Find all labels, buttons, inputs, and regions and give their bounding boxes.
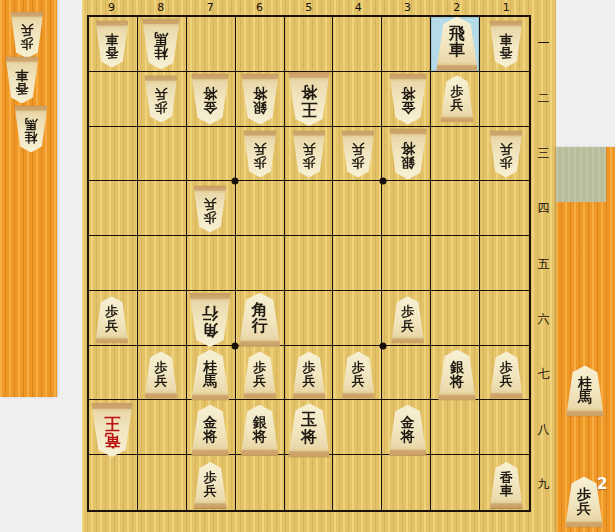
piece-kanji: 兵 <box>155 373 168 386</box>
piece-kanji: 香 <box>500 471 513 484</box>
piece-kanji: 将 <box>203 429 217 443</box>
square-4-1[interactable] <box>333 17 382 72</box>
piece-kanji: 行 <box>252 318 268 334</box>
square-7-5[interactable] <box>187 236 236 291</box>
piece-kanji: 車 <box>16 68 29 81</box>
piece-kanji: 金 <box>401 100 415 114</box>
piece-kanji: 銀 <box>450 359 464 373</box>
piece-kanji: 竜 <box>104 432 120 448</box>
piece-kanji: 将 <box>203 86 217 100</box>
square-4-5[interactable] <box>333 236 382 291</box>
piece-kanji: 歩 <box>253 156 266 169</box>
piece-kanji: 兵 <box>303 142 316 155</box>
shogi-app: 987654321 一二三四五六七八九 香車桂馬香車飛車歩兵金将銀将王将金将歩兵… <box>0 0 615 532</box>
file-label-8: 8 <box>136 1 185 14</box>
piece-kanji: 桂 <box>154 45 168 59</box>
square-1-6[interactable] <box>480 291 529 346</box>
square-8-4[interactable] <box>138 181 187 236</box>
square-9-4[interactable] <box>89 181 138 236</box>
piece-kanji: 車 <box>449 42 465 58</box>
piece-kanji: 兵 <box>253 142 266 155</box>
piece-kanji: 銀 <box>253 414 267 428</box>
rank-label-3: 三 <box>531 145 556 162</box>
piece-kanji: 金 <box>203 100 217 114</box>
piece-kanji: 王 <box>301 100 317 116</box>
file-label-6: 6 <box>235 1 284 14</box>
square-8-3[interactable] <box>138 127 187 182</box>
piece-kanji: 歩 <box>21 37 34 50</box>
square-6-9[interactable] <box>236 455 285 510</box>
square-6-1[interactable] <box>236 17 285 72</box>
piece-kanji: 将 <box>301 84 317 100</box>
piece-kanji: 金 <box>203 414 217 428</box>
piece-kanji: 兵 <box>204 198 217 211</box>
square-2-6[interactable] <box>431 291 480 346</box>
piece-kanji: 兵 <box>253 373 266 386</box>
piece-kanji: 車 <box>500 32 513 45</box>
square-9-5[interactable] <box>89 236 138 291</box>
piece-kanji: 歩 <box>577 486 591 500</box>
piece-kanji: 将 <box>301 429 317 445</box>
piece-kanji: 兵 <box>303 373 316 386</box>
square-5-6[interactable] <box>285 291 334 346</box>
piece-kanji: 車 <box>500 484 513 497</box>
piece-kanji: 歩 <box>500 360 513 373</box>
rank-label-8: 八 <box>531 421 556 438</box>
piece-kanji: 歩 <box>155 100 168 113</box>
rank-label-2: 二 <box>531 90 556 107</box>
piece-kanji: 歩 <box>303 360 316 373</box>
piece-kanji: 馬 <box>578 390 592 404</box>
hoshi-dot <box>232 177 239 184</box>
square-9-2[interactable] <box>89 72 138 127</box>
piece-kanji: 歩 <box>352 360 365 373</box>
hoshi-dot <box>380 177 387 184</box>
piece-kanji: 銀 <box>253 100 267 114</box>
square-1-8[interactable] <box>480 400 529 455</box>
square-3-9[interactable] <box>382 455 431 510</box>
file-label-3: 3 <box>383 1 432 14</box>
piece-kanji: 兵 <box>21 23 34 36</box>
square-2-5[interactable] <box>431 236 480 291</box>
pawn-count-badge: 2 <box>597 475 607 493</box>
piece-kanji: 将 <box>401 429 415 443</box>
piece-kanji: 馬 <box>25 117 38 130</box>
rank-label-7: 七 <box>531 366 556 383</box>
square-8-5[interactable] <box>138 236 187 291</box>
piece-kanji: 将 <box>253 86 267 100</box>
square-4-9[interactable] <box>333 455 382 510</box>
piece-kanji: 将 <box>401 86 415 100</box>
piece-kanji: 桂 <box>25 131 38 144</box>
piece-kanji: 香 <box>500 45 513 58</box>
square-8-9[interactable] <box>138 455 187 510</box>
piece-kanji: 歩 <box>253 360 266 373</box>
file-label-4: 4 <box>334 1 383 14</box>
piece-kanji: 兵 <box>105 318 118 331</box>
square-5-1[interactable] <box>285 17 334 72</box>
rank-label-6: 六 <box>531 311 556 328</box>
piece-kanji: 歩 <box>352 156 365 169</box>
piece-kanji: 将 <box>401 141 415 155</box>
square-4-6[interactable] <box>333 291 382 346</box>
square-9-9[interactable] <box>89 455 138 510</box>
square-1-2[interactable] <box>480 72 529 127</box>
square-7-3[interactable] <box>187 127 236 182</box>
piece-kanji: 歩 <box>303 156 316 169</box>
file-label-1: 1 <box>482 1 531 14</box>
square-3-1[interactable] <box>382 17 431 72</box>
rank-label-1: 一 <box>531 35 556 52</box>
piece-kanji: 兵 <box>500 142 513 155</box>
piece-kanji: 兵 <box>500 373 513 386</box>
rank-label-5: 五 <box>531 256 556 273</box>
piece-kanji: 兵 <box>401 318 414 331</box>
piece-kanji: 兵 <box>204 484 217 497</box>
square-6-5[interactable] <box>236 236 285 291</box>
rank-label-9: 九 <box>531 476 556 493</box>
square-6-4[interactable] <box>236 181 285 236</box>
square-3-4[interactable] <box>382 181 431 236</box>
square-8-8[interactable] <box>138 400 187 455</box>
square-2-3[interactable] <box>431 127 480 182</box>
hoshi-dot <box>380 343 387 350</box>
piece-kanji: 馬 <box>203 373 217 387</box>
piece-kanji: 将 <box>450 373 464 387</box>
square-3-5[interactable] <box>382 236 431 291</box>
piece-kanji: 歩 <box>500 156 513 169</box>
square-5-9[interactable] <box>285 455 334 510</box>
piece-kanji: 歩 <box>155 360 168 373</box>
square-5-4[interactable] <box>285 181 334 236</box>
square-9-7[interactable] <box>89 346 138 401</box>
piece-kanji: 兵 <box>451 97 464 110</box>
square-8-6[interactable] <box>138 291 187 346</box>
piece-kanji: 兵 <box>352 373 365 386</box>
square-7-1[interactable] <box>187 17 236 72</box>
piece-kanji: 兵 <box>577 501 591 515</box>
piece-kanji: 桂 <box>578 375 592 389</box>
piece-kanji: 馬 <box>154 31 168 45</box>
rank-label-4: 四 <box>531 200 556 217</box>
square-9-3[interactable] <box>89 127 138 182</box>
file-label-2: 2 <box>432 1 481 14</box>
piece-kanji: 歩 <box>451 84 464 97</box>
piece-kanji: 香 <box>16 82 29 95</box>
piece-kanji: 角 <box>202 321 218 337</box>
piece-kanji: 香 <box>105 45 118 58</box>
piece-kanji: 王 <box>104 415 120 431</box>
piece-kanji: 歩 <box>204 211 217 224</box>
piece-kanji: 兵 <box>352 142 365 155</box>
piece-kanji: 将 <box>253 429 267 443</box>
piece-kanji: 歩 <box>401 305 414 318</box>
file-label-9: 9 <box>87 1 136 14</box>
piece-kanji: 歩 <box>204 471 217 484</box>
hoshi-dot <box>232 343 239 350</box>
square-3-7[interactable] <box>382 346 431 401</box>
square-4-2[interactable] <box>333 72 382 127</box>
piece-kanji: 兵 <box>155 87 168 100</box>
square-1-5[interactable] <box>480 236 529 291</box>
square-1-4[interactable] <box>480 181 529 236</box>
piece-kanji: 金 <box>401 414 415 428</box>
square-5-5[interactable] <box>285 236 334 291</box>
square-2-9[interactable] <box>431 455 480 510</box>
square-2-4[interactable] <box>431 181 480 236</box>
piece-kanji: 歩 <box>105 305 118 318</box>
sage-block <box>556 147 606 202</box>
square-4-4[interactable] <box>333 181 382 236</box>
piece-kanji: 行 <box>202 305 218 321</box>
square-4-8[interactable] <box>333 400 382 455</box>
piece-kanji: 桂 <box>203 359 217 373</box>
piece-kanji: 車 <box>105 32 118 45</box>
file-label-7: 7 <box>186 1 235 14</box>
piece-kanji: 銀 <box>401 156 415 170</box>
file-label-5: 5 <box>284 1 333 14</box>
square-2-8[interactable] <box>431 400 480 455</box>
